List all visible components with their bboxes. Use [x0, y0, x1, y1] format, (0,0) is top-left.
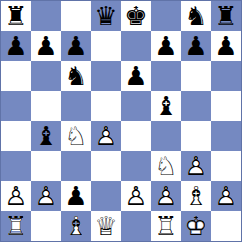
- piece-outline-layer: ♘: [154, 153, 177, 179]
- square-c5[interactable]: [61, 91, 91, 121]
- square-a1[interactable]: ♜♖: [1, 211, 31, 241]
- piece-glyph: ♜: [4, 3, 27, 29]
- piece-white-king: ♚♔: [181, 211, 211, 241]
- piece-black-queen: ♛: [91, 1, 121, 31]
- piece-glyph: ♜: [214, 3, 237, 29]
- piece-glyph: ♟: [184, 33, 207, 59]
- square-h5[interactable]: [211, 91, 241, 121]
- piece-black-pawn: ♟: [61, 31, 91, 61]
- piece-black-pawn: ♟: [61, 181, 91, 211]
- square-c3[interactable]: [61, 151, 91, 181]
- square-g8[interactable]: ♞: [181, 1, 211, 31]
- square-f8[interactable]: [151, 1, 181, 31]
- piece-white-pawn: ♟♙: [31, 181, 61, 211]
- square-d2[interactable]: [91, 181, 121, 211]
- square-f3[interactable]: ♞♘: [151, 151, 181, 181]
- piece-glyph: ♟: [64, 33, 87, 59]
- piece-white-rook: ♜♖: [151, 211, 181, 241]
- square-e6[interactable]: ♟: [121, 61, 151, 91]
- piece-white-knight: ♞♘: [61, 121, 91, 151]
- piece-black-king: ♚: [121, 1, 151, 31]
- square-a5[interactable]: [1, 91, 31, 121]
- piece-glyph: ♟: [214, 33, 237, 59]
- square-c4[interactable]: ♞♘: [61, 121, 91, 151]
- piece-glyph: ♟: [4, 33, 27, 59]
- piece-outline-layer: ♕: [94, 213, 117, 239]
- square-h1[interactable]: [211, 211, 241, 241]
- piece-white-pawn: ♟♙: [1, 181, 31, 211]
- piece-white-pawn: ♟♙: [121, 181, 151, 211]
- piece-black-bishop: ♝: [151, 91, 181, 121]
- square-a7[interactable]: ♟: [1, 31, 31, 61]
- piece-outline-layer: ♖: [4, 213, 27, 239]
- square-c1[interactable]: ♝♗: [61, 211, 91, 241]
- piece-outline-layer: ♙: [214, 183, 237, 209]
- square-b2[interactable]: ♟♙: [31, 181, 61, 211]
- piece-outline-layer: ♘: [64, 123, 87, 149]
- square-a2[interactable]: ♟♙: [1, 181, 31, 211]
- piece-glyph: ♝: [154, 93, 177, 119]
- piece-black-bishop: ♝: [31, 121, 61, 151]
- square-e5[interactable]: [121, 91, 151, 121]
- piece-white-bishop: ♝♗: [181, 181, 211, 211]
- square-d4[interactable]: ♟♙: [91, 121, 121, 151]
- square-g3[interactable]: ♟♙: [181, 151, 211, 181]
- piece-white-bishop: ♝♗: [61, 211, 91, 241]
- square-g4[interactable]: [181, 121, 211, 151]
- square-e7[interactable]: [121, 31, 151, 61]
- square-c2[interactable]: ♟: [61, 181, 91, 211]
- square-h3[interactable]: [211, 151, 241, 181]
- square-g7[interactable]: ♟: [181, 31, 211, 61]
- chess-board: ♜♛♚♞♜♟♟♟♟♟♟♞♟♝♝♞♘♟♙♞♘♟♙♟♙♟♙♟♟♙♟♙♝♗♟♙♜♖♝♗…: [0, 0, 242, 242]
- square-f4[interactable]: [151, 121, 181, 151]
- square-h8[interactable]: ♜: [211, 1, 241, 31]
- square-h4[interactable]: [211, 121, 241, 151]
- piece-white-pawn: ♟♙: [211, 181, 241, 211]
- piece-glyph: ♝: [34, 123, 57, 149]
- square-c6[interactable]: ♞: [61, 61, 91, 91]
- square-b4[interactable]: ♝: [31, 121, 61, 151]
- square-b1[interactable]: [31, 211, 61, 241]
- square-h2[interactable]: ♟♙: [211, 181, 241, 211]
- piece-black-pawn: ♟: [31, 31, 61, 61]
- square-b3[interactable]: [31, 151, 61, 181]
- piece-black-rook: ♜: [1, 1, 31, 31]
- square-f1[interactable]: ♜♖: [151, 211, 181, 241]
- square-e4[interactable]: [121, 121, 151, 151]
- piece-black-rook: ♜: [211, 1, 241, 31]
- piece-outline-layer: ♗: [184, 183, 207, 209]
- piece-outline-layer: ♙: [184, 153, 207, 179]
- square-a6[interactable]: [1, 61, 31, 91]
- square-g1[interactable]: ♚♔: [181, 211, 211, 241]
- square-d7[interactable]: [91, 31, 121, 61]
- square-d6[interactable]: [91, 61, 121, 91]
- piece-glyph: ♞: [64, 63, 87, 89]
- piece-outline-layer: ♗: [64, 213, 87, 239]
- piece-outline-layer: ♔: [184, 213, 207, 239]
- square-b7[interactable]: ♟: [31, 31, 61, 61]
- piece-glyph: ♟: [64, 183, 87, 209]
- piece-glyph: ♞: [184, 3, 207, 29]
- square-f6[interactable]: [151, 61, 181, 91]
- piece-glyph: ♟: [34, 33, 57, 59]
- square-f2[interactable]: ♟♙: [151, 181, 181, 211]
- square-d1[interactable]: ♛♕: [91, 211, 121, 241]
- square-c7[interactable]: ♟: [61, 31, 91, 61]
- piece-outline-layer: ♙: [4, 183, 27, 209]
- square-g6[interactable]: [181, 61, 211, 91]
- square-f7[interactable]: ♟: [151, 31, 181, 61]
- piece-glyph: ♟: [154, 33, 177, 59]
- square-e8[interactable]: ♚: [121, 1, 151, 31]
- piece-white-queen: ♛♕: [91, 211, 121, 241]
- square-d5[interactable]: [91, 91, 121, 121]
- square-b6[interactable]: [31, 61, 61, 91]
- piece-black-knight: ♞: [61, 61, 91, 91]
- square-b8[interactable]: [31, 1, 61, 31]
- piece-black-pawn: ♟: [1, 31, 31, 61]
- piece-black-pawn: ♟: [211, 31, 241, 61]
- square-g2[interactable]: ♝♗: [181, 181, 211, 211]
- square-h6[interactable]: [211, 61, 241, 91]
- square-g5[interactable]: [181, 91, 211, 121]
- piece-black-knight: ♞: [181, 1, 211, 31]
- square-h7[interactable]: ♟: [211, 31, 241, 61]
- piece-glyph: ♟: [124, 63, 147, 89]
- square-a8[interactable]: ♜: [1, 1, 31, 31]
- piece-black-pawn: ♟: [121, 61, 151, 91]
- square-e1[interactable]: [121, 211, 151, 241]
- piece-white-knight: ♞♘: [151, 151, 181, 181]
- piece-white-pawn: ♟♙: [151, 181, 181, 211]
- square-f5[interactable]: ♝: [151, 91, 181, 121]
- piece-outline-layer: ♙: [154, 183, 177, 209]
- piece-glyph: ♛: [94, 3, 117, 29]
- square-c8[interactable]: [61, 1, 91, 31]
- square-d3[interactable]: [91, 151, 121, 181]
- square-e3[interactable]: [121, 151, 151, 181]
- piece-outline-layer: ♙: [94, 123, 117, 149]
- piece-white-rook: ♜♖: [1, 211, 31, 241]
- square-e2[interactable]: ♟♙: [121, 181, 151, 211]
- square-a4[interactable]: [1, 121, 31, 151]
- piece-white-pawn: ♟♙: [181, 151, 211, 181]
- piece-outline-layer: ♖: [154, 213, 177, 239]
- piece-black-pawn: ♟: [151, 31, 181, 61]
- piece-black-pawn: ♟: [181, 31, 211, 61]
- piece-glyph: ♚: [124, 3, 147, 29]
- square-b5[interactable]: [31, 91, 61, 121]
- piece-outline-layer: ♙: [124, 183, 147, 209]
- square-a3[interactable]: [1, 151, 31, 181]
- piece-outline-layer: ♙: [34, 183, 57, 209]
- piece-white-pawn: ♟♙: [91, 121, 121, 151]
- square-d8[interactable]: ♛: [91, 1, 121, 31]
